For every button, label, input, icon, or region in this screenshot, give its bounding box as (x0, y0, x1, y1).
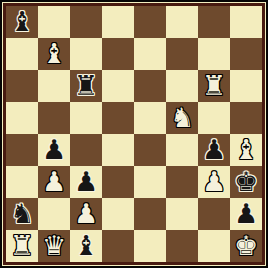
square-e1[interactable] (134, 230, 166, 262)
piece-white-king[interactable]: ♚ (230, 230, 262, 262)
piece-black-pawn[interactable]: ♟ (70, 166, 102, 198)
square-a6[interactable] (6, 70, 38, 102)
square-h5[interactable] (230, 102, 262, 134)
piece-white-rook[interactable]: ♜ (6, 230, 38, 262)
square-g5[interactable] (198, 102, 230, 134)
square-e7[interactable] (134, 38, 166, 70)
square-b8[interactable] (38, 6, 70, 38)
square-f3[interactable] (166, 166, 198, 198)
square-b1[interactable]: ♛ (38, 230, 70, 262)
square-c4[interactable] (70, 134, 102, 166)
square-h4[interactable]: ♝ (230, 134, 262, 166)
square-g2[interactable] (198, 198, 230, 230)
square-e4[interactable] (134, 134, 166, 166)
piece-black-bishop[interactable]: ♝ (70, 230, 102, 262)
square-a7[interactable] (6, 38, 38, 70)
square-d8[interactable] (102, 6, 134, 38)
square-g7[interactable] (198, 38, 230, 70)
square-g8[interactable] (198, 6, 230, 38)
square-e2[interactable] (134, 198, 166, 230)
piece-white-pawn[interactable]: ♟ (70, 198, 102, 230)
square-c7[interactable] (70, 38, 102, 70)
square-a1[interactable]: ♜ (6, 230, 38, 262)
square-h1[interactable]: ♚ (230, 230, 262, 262)
square-b3[interactable]: ♟ (38, 166, 70, 198)
square-g4[interactable]: ♟ (198, 134, 230, 166)
piece-white-rook[interactable]: ♜ (198, 70, 230, 102)
square-c1[interactable]: ♝ (70, 230, 102, 262)
square-a8[interactable]: ♝ (6, 6, 38, 38)
square-a4[interactable] (6, 134, 38, 166)
square-f1[interactable] (166, 230, 198, 262)
square-d7[interactable] (102, 38, 134, 70)
square-e3[interactable] (134, 166, 166, 198)
square-e8[interactable] (134, 6, 166, 38)
square-b2[interactable] (38, 198, 70, 230)
square-f7[interactable] (166, 38, 198, 70)
piece-black-pawn[interactable]: ♟ (38, 134, 70, 166)
square-b6[interactable] (38, 70, 70, 102)
square-g3[interactable]: ♟ (198, 166, 230, 198)
board-inner-line: ♝♝♜♜♞♟♟♝♟♟♟♚♞♟♟♜♛♝♚ (2, 2, 266, 266)
chess-board-frame: ♝♝♜♜♞♟♟♝♟♟♟♚♞♟♟♜♛♝♚ (0, 0, 268, 268)
piece-white-knight[interactable]: ♞ (166, 102, 198, 134)
piece-white-bishop[interactable]: ♝ (38, 38, 70, 70)
square-f4[interactable] (166, 134, 198, 166)
square-h6[interactable] (230, 70, 262, 102)
square-d4[interactable] (102, 134, 134, 166)
board-maroon-border: ♝♝♜♜♞♟♟♝♟♟♟♚♞♟♟♜♛♝♚ (3, 3, 265, 265)
square-d1[interactable] (102, 230, 134, 262)
chess-board: ♝♝♜♜♞♟♟♝♟♟♟♚♞♟♟♜♛♝♚ (6, 6, 262, 262)
square-g1[interactable] (198, 230, 230, 262)
square-c3[interactable]: ♟ (70, 166, 102, 198)
piece-black-rook[interactable]: ♜ (70, 70, 102, 102)
square-e5[interactable] (134, 102, 166, 134)
piece-black-king[interactable]: ♚ (230, 166, 262, 198)
square-a5[interactable] (6, 102, 38, 134)
square-h3[interactable]: ♚ (230, 166, 262, 198)
square-b7[interactable]: ♝ (38, 38, 70, 70)
square-c6[interactable]: ♜ (70, 70, 102, 102)
piece-black-bishop[interactable]: ♝ (6, 6, 38, 38)
piece-white-pawn[interactable]: ♟ (38, 166, 70, 198)
square-f6[interactable] (166, 70, 198, 102)
piece-black-knight[interactable]: ♞ (6, 198, 38, 230)
square-c5[interactable] (70, 102, 102, 134)
square-h2[interactable]: ♟ (230, 198, 262, 230)
piece-white-pawn[interactable]: ♟ (198, 166, 230, 198)
square-f8[interactable] (166, 6, 198, 38)
square-b5[interactable] (38, 102, 70, 134)
square-a2[interactable]: ♞ (6, 198, 38, 230)
square-f5[interactable]: ♞ (166, 102, 198, 134)
square-b4[interactable]: ♟ (38, 134, 70, 166)
square-h8[interactable] (230, 6, 262, 38)
square-c2[interactable]: ♟ (70, 198, 102, 230)
square-h7[interactable] (230, 38, 262, 70)
piece-black-pawn[interactable]: ♟ (198, 134, 230, 166)
square-e6[interactable] (134, 70, 166, 102)
piece-white-bishop[interactable]: ♝ (230, 134, 262, 166)
square-d3[interactable] (102, 166, 134, 198)
piece-black-pawn[interactable]: ♟ (230, 198, 262, 230)
piece-white-queen[interactable]: ♛ (38, 230, 70, 262)
square-d5[interactable] (102, 102, 134, 134)
square-d6[interactable] (102, 70, 134, 102)
square-c8[interactable] (70, 6, 102, 38)
square-g6[interactable]: ♜ (198, 70, 230, 102)
square-a3[interactable] (6, 166, 38, 198)
square-f2[interactable] (166, 198, 198, 230)
square-d2[interactable] (102, 198, 134, 230)
